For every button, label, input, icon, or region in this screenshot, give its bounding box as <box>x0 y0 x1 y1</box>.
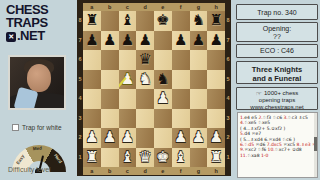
logo-x-icon: ✕ <box>6 32 16 42</box>
white-pawn: ♟ <box>156 91 169 106</box>
file-label-h: h <box>207 3 225 11</box>
trap-name-box: Three Knights and a Funeral <box>236 61 318 84</box>
file-label-a: a <box>83 167 101 175</box>
file-label-e: e <box>154 3 172 11</box>
square-e2[interactable] <box>154 128 172 148</box>
square-e8[interactable]: ♚ <box>154 11 172 31</box>
black-pawn: ♟ <box>121 33 134 48</box>
trap-for-white-checkbox[interactable] <box>12 124 19 131</box>
trap-number: Trap no. 340 <box>257 9 296 16</box>
move-list: 1.e4 e5 2.♘f3 ♘c6 3.♘c3 ♗c54.♘xe5 ♘xe5 (… <box>237 112 318 178</box>
file-labels-top: abcdefgh <box>83 3 225 11</box>
square-e4[interactable]: ♟ <box>154 89 172 109</box>
white-rook: ♜ <box>209 150 222 165</box>
black-knight: ♞ <box>192 13 205 28</box>
square-g7[interactable]: ♟ <box>190 31 208 51</box>
rank-label-2: 2 <box>225 128 231 148</box>
board-squares: ♜♝♚♞♜♟♟♟♟♟♟♟♛♟♞♞♟♟♟♟♟♟♟♜♝♛♚♝♜ <box>83 11 225 167</box>
rank-label-3: 3 <box>225 109 231 129</box>
file-label-d: d <box>136 167 154 175</box>
square-h5[interactable] <box>207 70 225 90</box>
square-d1[interactable]: ♛ <box>136 148 154 168</box>
square-g4[interactable] <box>190 89 208 109</box>
square-g3[interactable] <box>190 109 208 129</box>
square-a7[interactable]: ♟ <box>83 31 101 51</box>
black-pawn: ♟ <box>209 33 222 48</box>
black-rook: ♜ <box>209 13 222 28</box>
difficulty-label: Difficulty level <box>8 166 51 173</box>
square-c6[interactable] <box>119 50 137 70</box>
logo-net: .NET <box>17 28 45 43</box>
rank-label-7: 7 <box>225 31 231 51</box>
square-f7[interactable]: ♟ <box>172 31 190 51</box>
trap-for-white-row: Trap for white <box>12 124 62 131</box>
opening-label: Opening: <box>238 25 316 33</box>
rank-label-5: 5 <box>225 70 231 90</box>
square-d7[interactable]: ♟ <box>136 31 154 51</box>
square-b8[interactable] <box>101 11 119 31</box>
black-pawn: ♟ <box>85 33 98 48</box>
move-line: 11.♘xa8 1-0 <box>240 153 313 158</box>
square-e6[interactable] <box>154 50 172 70</box>
eco-box: ECO : C46 <box>236 44 318 58</box>
black-bishop: ♝ <box>121 13 134 28</box>
square-h4[interactable] <box>207 89 225 109</box>
square-c3[interactable] <box>119 109 137 129</box>
white-pawn: ♟ <box>174 130 187 145</box>
file-label-g: g <box>190 167 208 175</box>
trap-number-box: Trap no. 340 <box>236 4 318 20</box>
rank-labels-right: 87654321 <box>225 11 231 167</box>
square-h8[interactable]: ♜ <box>207 11 225 31</box>
file-label-f: f <box>172 167 190 175</box>
rank-label-4: 4 <box>225 89 231 109</box>
square-a3[interactable] <box>83 109 101 129</box>
promo-line2: opening traps <box>238 97 316 104</box>
square-g6[interactable] <box>190 50 208 70</box>
eco-code: ECO : C46 <box>260 47 294 54</box>
trap-for-white-label: Trap for white <box>22 124 62 131</box>
square-a4[interactable] <box>83 89 101 109</box>
promo-box: ☞ 1000+ chess opening traps www.chesstra… <box>236 87 318 110</box>
white-rook: ♜ <box>85 150 98 165</box>
square-a6[interactable] <box>83 50 101 70</box>
move-list-scrollbar[interactable] <box>314 113 317 177</box>
chess-board: abcdefgh 87654321 87654321 ♜♝♚♞♜♟♟♟♟♟♟♟♛… <box>77 0 231 176</box>
square-a2[interactable]: ♟ <box>83 128 101 148</box>
hand-icon: ☞ <box>256 90 262 97</box>
file-label-e: e <box>154 167 172 175</box>
black-queen: ♛ <box>138 52 151 67</box>
square-g2[interactable]: ♟ <box>190 128 208 148</box>
promo-url[interactable]: www.chesstraps.net <box>238 104 316 111</box>
square-b1[interactable] <box>101 148 119 168</box>
square-f1[interactable]: ♝ <box>172 148 190 168</box>
white-pawn: ♟ <box>192 130 205 145</box>
logo-line3: ✕.NET <box>6 29 48 42</box>
photo-face <box>27 64 51 92</box>
square-a1[interactable]: ♜ <box>83 148 101 168</box>
file-label-g: g <box>190 3 208 11</box>
white-queen: ♛ <box>138 150 151 165</box>
white-pawn: ♟ <box>209 130 222 145</box>
file-labels-bottom: abcdefgh <box>83 167 225 175</box>
square-b4[interactable] <box>101 89 119 109</box>
white-king: ♚ <box>156 150 169 165</box>
square-d2[interactable] <box>136 128 154 148</box>
black-pawn: ♟ <box>192 33 205 48</box>
file-label-b: b <box>101 3 119 11</box>
square-b7[interactable]: ♟ <box>101 31 119 51</box>
square-d4[interactable] <box>136 89 154 109</box>
square-d8[interactable] <box>136 11 154 31</box>
square-b2[interactable]: ♟ <box>101 128 119 148</box>
black-pawn: ♟ <box>103 33 116 48</box>
square-d5[interactable]: ♞ <box>136 70 154 90</box>
square-a5[interactable] <box>83 70 101 90</box>
square-e1[interactable]: ♚ <box>154 148 172 168</box>
square-h6[interactable] <box>207 50 225 70</box>
rank-label-6: 6 <box>225 50 231 70</box>
square-c4[interactable] <box>119 89 137 109</box>
file-label-d: d <box>136 3 154 11</box>
white-pawn: ♟ <box>103 130 116 145</box>
square-f3[interactable] <box>172 109 190 129</box>
square-h2[interactable]: ♟ <box>207 128 225 148</box>
square-c7[interactable]: ♟ <box>119 31 137 51</box>
rank-label-8: 8 <box>225 11 231 31</box>
file-label-c: c <box>119 3 137 11</box>
file-label-f: f <box>172 3 190 11</box>
scrollbar-thumb[interactable] <box>314 137 317 151</box>
square-e5[interactable]: ♞ <box>154 70 172 90</box>
rank-label-1: 1 <box>225 148 231 168</box>
square-b6[interactable] <box>101 50 119 70</box>
square-b3[interactable] <box>101 109 119 129</box>
file-label-b: b <box>101 167 119 175</box>
square-d3[interactable] <box>136 109 154 129</box>
file-label-a: a <box>83 3 101 11</box>
square-f4[interactable] <box>172 89 190 109</box>
square-h1[interactable]: ♜ <box>207 148 225 168</box>
square-c5[interactable]: ♟ <box>119 70 137 90</box>
file-label-c: c <box>119 167 137 175</box>
square-c8[interactable]: ♝ <box>119 11 137 31</box>
square-f6[interactable] <box>172 50 190 70</box>
square-g1[interactable] <box>190 148 208 168</box>
black-rook: ♜ <box>85 13 98 28</box>
white-knight: ♞ <box>138 72 151 87</box>
promo-line1: 1000+ chess <box>264 90 298 97</box>
gauge-label-med: Med <box>33 146 42 152</box>
file-label-h: h <box>207 167 225 175</box>
black-king: ♚ <box>156 13 169 28</box>
square-c1[interactable]: ♝ <box>119 148 137 168</box>
square-g8[interactable]: ♞ <box>190 11 208 31</box>
opening-value: ?? <box>238 33 316 41</box>
trap-name-line2: and a Funeral <box>238 74 316 83</box>
square-h3[interactable] <box>207 109 225 129</box>
square-e7[interactable] <box>154 31 172 51</box>
square-f8[interactable] <box>172 11 190 31</box>
square-c2[interactable]: ♟ <box>119 128 137 148</box>
presenter-photo <box>8 55 66 110</box>
trap-name-line1: Three Knights <box>238 65 316 74</box>
square-b5[interactable] <box>101 70 119 90</box>
square-d6[interactable]: ♛ <box>136 50 154 70</box>
white-bishop: ♝ <box>174 150 187 165</box>
square-g5[interactable] <box>190 70 208 90</box>
square-f5[interactable] <box>172 70 190 90</box>
square-h7[interactable]: ♟ <box>207 31 225 51</box>
black-pawn: ♟ <box>138 33 151 48</box>
black-knight: ♞ <box>156 72 169 87</box>
opening-box: Opening: ?? <box>236 22 318 42</box>
white-bishop: ♝ <box>121 150 134 165</box>
square-a8[interactable]: ♜ <box>83 11 101 31</box>
square-e3[interactable] <box>154 109 172 129</box>
black-pawn: ♟ <box>174 33 187 48</box>
white-pawn: ♟ <box>121 130 134 145</box>
white-pawn: ♟ <box>85 130 98 145</box>
chesstraps-logo: CHESS TRAPS ✕.NET <box>6 3 48 42</box>
square-f2[interactable]: ♟ <box>172 128 190 148</box>
